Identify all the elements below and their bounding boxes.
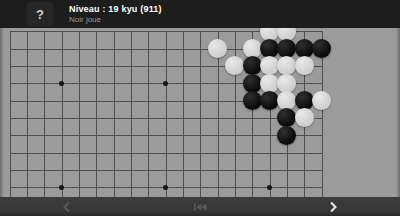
grid-cell [288, 154, 305, 171]
grid-cell [63, 84, 80, 101]
grid-cell [132, 119, 149, 136]
grid-cell [132, 84, 149, 101]
grid-cell [80, 136, 97, 153]
grid-cell [184, 119, 201, 136]
stone-black [295, 39, 314, 58]
grid-cell [45, 119, 62, 136]
grid-cell [132, 171, 149, 188]
grid-cell [132, 154, 149, 171]
grid-cell [132, 32, 149, 49]
grid-cell [97, 136, 114, 153]
grid-cell [11, 50, 28, 67]
grid-cell [201, 67, 218, 84]
stone-white [243, 39, 262, 58]
star-point [163, 81, 168, 86]
grid-stub-cell [97, 187, 114, 197]
grid-stub-cell [132, 187, 149, 197]
grid-stub-cell [219, 187, 236, 197]
chevron-right-icon [328, 201, 338, 213]
grid-cell [201, 154, 218, 171]
grid-cell [184, 136, 201, 153]
grid-cell [97, 119, 114, 136]
grid-cell [11, 136, 28, 153]
grid-cell [219, 102, 236, 119]
grid-cell [236, 136, 253, 153]
turn-status: Noir joue [69, 15, 162, 24]
grid-cell [167, 171, 184, 188]
grid-cell [201, 171, 218, 188]
grid-stub-cell [28, 187, 45, 197]
grid-cell [63, 67, 80, 84]
grid-cell [11, 154, 28, 171]
grid-cell [45, 154, 62, 171]
grid-cell [167, 119, 184, 136]
title-block: Niveau : 19 kyu (911) Noir joue [69, 4, 162, 24]
grid-cell [167, 50, 184, 67]
grid-cell [236, 154, 253, 171]
grid-cell [63, 32, 80, 49]
star-point [59, 185, 64, 190]
grid-cell [45, 136, 62, 153]
grid-cell [219, 154, 236, 171]
grid-cell [80, 102, 97, 119]
question-mark-icon: ? [36, 7, 44, 22]
grid-cell [184, 84, 201, 101]
grid-cell [63, 50, 80, 67]
grid-cell [97, 171, 114, 188]
grid-cell [63, 119, 80, 136]
app-screen: ? Niveau : 19 kyu (911) Noir joue [0, 0, 400, 216]
grid-cell [132, 102, 149, 119]
grid-cell [28, 84, 45, 101]
grid-cell [80, 171, 97, 188]
grid-cell [115, 171, 132, 188]
grid-cell [97, 102, 114, 119]
grid-cell [115, 154, 132, 171]
grid-cell [11, 84, 28, 101]
grid-stub-cell [184, 187, 201, 197]
grid-cell [115, 119, 132, 136]
grid-cell [288, 171, 305, 188]
grid-cell [63, 171, 80, 188]
grid-cell [115, 84, 132, 101]
grid-cell [236, 171, 253, 188]
grid-cell [149, 50, 166, 67]
grid-cell [184, 102, 201, 119]
help-button[interactable]: ? [27, 2, 53, 26]
grid-cell [305, 136, 322, 153]
grid-cell [115, 102, 132, 119]
grid-cell [97, 32, 114, 49]
stone-black [295, 91, 314, 110]
grid-cell [253, 154, 270, 171]
grid-cell [28, 32, 45, 49]
grid-cell [149, 119, 166, 136]
level-title: Niveau : 19 kyu (911) [69, 4, 162, 15]
stone-white [260, 74, 279, 93]
grid-cell [45, 32, 62, 49]
grid-cell [184, 50, 201, 67]
grid-cell [167, 32, 184, 49]
grid-cell [201, 119, 218, 136]
grid-cell [184, 32, 201, 49]
grid-cell [45, 102, 62, 119]
stone-black [312, 39, 331, 58]
grid-stub-cell [167, 187, 184, 197]
grid-cell [219, 171, 236, 188]
star-point [267, 185, 272, 190]
grid-cell [149, 154, 166, 171]
star-point [59, 81, 64, 86]
grid-stub-cell [236, 187, 253, 197]
grid-cell [167, 154, 184, 171]
grid-cell [149, 32, 166, 49]
star-point [163, 185, 168, 190]
grid-stub-cell [115, 187, 132, 197]
grid-cell [167, 84, 184, 101]
grid-cell [80, 154, 97, 171]
grid-cell [97, 154, 114, 171]
grid-cell [63, 102, 80, 119]
grid-cell [80, 84, 97, 101]
grid-cell [167, 136, 184, 153]
grid-cell [80, 119, 97, 136]
grid-cell [28, 154, 45, 171]
grid-stub-cell [271, 187, 288, 197]
grid-cell [80, 67, 97, 84]
grid-cell [253, 119, 270, 136]
grid-cell [45, 84, 62, 101]
grid-cell [115, 50, 132, 67]
grid-cell [271, 154, 288, 171]
header-bar: ? Niveau : 19 kyu (911) Noir joue [0, 0, 400, 28]
restart-problem-button[interactable] [133, 197, 266, 216]
grid-stub-cell [288, 187, 305, 197]
previous-move-button[interactable] [0, 197, 133, 216]
grid-stub-cell [201, 187, 218, 197]
grid-stub-cell [80, 187, 97, 197]
grid-cell [97, 50, 114, 67]
grid-cell [132, 136, 149, 153]
grid-cell [115, 136, 132, 153]
grid-cell [305, 154, 322, 171]
grid-cell [28, 171, 45, 188]
grid-cell [45, 50, 62, 67]
grid-cell [63, 136, 80, 153]
grid-cell [271, 171, 288, 188]
grid-cell [184, 171, 201, 188]
grid-cell [28, 136, 45, 153]
skip-to-start-icon [193, 203, 207, 211]
grid-cell [219, 119, 236, 136]
grid-stub-cell [11, 187, 28, 197]
navigation-bar [0, 197, 400, 216]
grid-cell [11, 171, 28, 188]
grid-cell [28, 119, 45, 136]
grid-cell [28, 50, 45, 67]
grid-cell [184, 154, 201, 171]
grid-stub-cell [63, 187, 80, 197]
go-board[interactable] [0, 28, 400, 197]
grid-cell [149, 84, 166, 101]
grid-cell [28, 67, 45, 84]
grid-cell [184, 67, 201, 84]
grid-cell [11, 67, 28, 84]
screen-edge-shadow-right [396, 28, 400, 197]
grid-cell [132, 67, 149, 84]
grid-cell [219, 136, 236, 153]
grid-cell [28, 102, 45, 119]
grid-cell [132, 50, 149, 67]
grid-cell [97, 84, 114, 101]
grid-cell [97, 67, 114, 84]
grid-cell [115, 32, 132, 49]
grid-cell [201, 136, 218, 153]
next-move-button[interactable] [267, 197, 400, 216]
stone-black [243, 74, 262, 93]
grid-cell [63, 154, 80, 171]
grid-cell [253, 136, 270, 153]
screen-edge-shadow-left [0, 28, 4, 197]
grid-cell [149, 102, 166, 119]
grid-cell [80, 50, 97, 67]
grid-cell [11, 102, 28, 119]
chevron-left-icon [62, 201, 72, 213]
grid-cell [305, 171, 322, 188]
grid-cell [201, 84, 218, 101]
grid-cell [11, 119, 28, 136]
grid-cell [167, 102, 184, 119]
grid-cell [80, 32, 97, 49]
grid-stub-cell [305, 187, 322, 197]
grid-cell [201, 102, 218, 119]
grid-cell [236, 119, 253, 136]
grid-cell [149, 136, 166, 153]
stone-white [312, 91, 331, 110]
grid-cell [11, 32, 28, 49]
grid-cell [167, 67, 184, 84]
stone-black [243, 91, 262, 110]
grid-cell [115, 67, 132, 84]
grid-cell [219, 84, 236, 101]
